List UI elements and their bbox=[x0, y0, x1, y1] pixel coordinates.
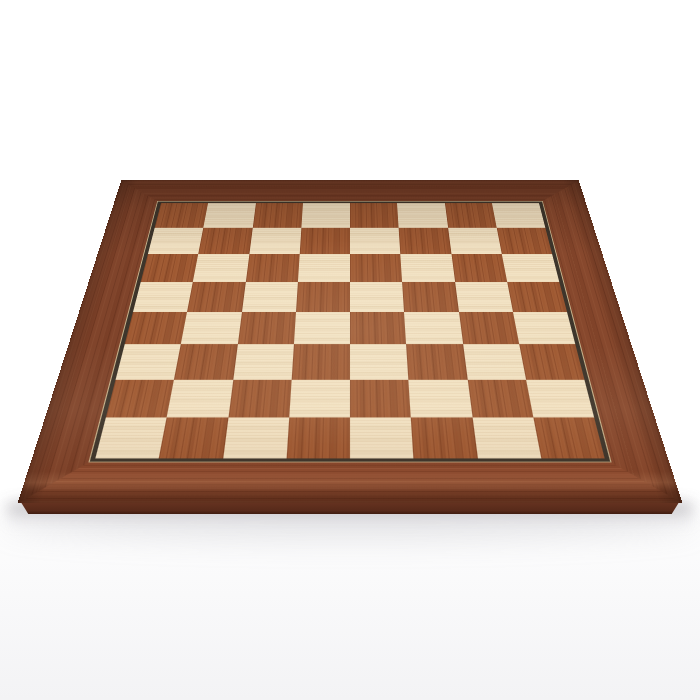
square-d6 bbox=[298, 254, 350, 282]
square-e7 bbox=[350, 228, 401, 254]
square-e5 bbox=[350, 282, 404, 312]
square-e6 bbox=[350, 254, 402, 282]
square-h5 bbox=[507, 282, 567, 312]
square-h2 bbox=[526, 379, 594, 417]
square-f7 bbox=[399, 228, 451, 254]
square-b3 bbox=[174, 344, 237, 379]
square-b5 bbox=[187, 282, 245, 312]
inlay-pinstripe bbox=[90, 202, 610, 462]
square-f8 bbox=[397, 203, 447, 227]
chess-board bbox=[18, 180, 683, 503]
square-f3 bbox=[406, 344, 467, 379]
square-f6 bbox=[401, 254, 455, 282]
square-g3 bbox=[463, 344, 526, 379]
square-e4 bbox=[350, 312, 406, 344]
square-d1 bbox=[286, 417, 350, 458]
square-e8 bbox=[350, 203, 399, 227]
square-g2 bbox=[467, 379, 533, 417]
square-a8 bbox=[155, 203, 209, 227]
square-e2 bbox=[350, 379, 411, 417]
square-b4 bbox=[181, 312, 242, 344]
product-photo-scene bbox=[0, 0, 700, 700]
square-d3 bbox=[291, 344, 350, 379]
square-f4 bbox=[404, 312, 462, 344]
square-a4 bbox=[125, 312, 188, 344]
square-c5 bbox=[242, 282, 298, 312]
square-b6 bbox=[193, 254, 249, 282]
square-c6 bbox=[245, 254, 299, 282]
square-h7 bbox=[496, 228, 552, 254]
square-c3 bbox=[233, 344, 294, 379]
square-g1 bbox=[472, 417, 541, 458]
square-a3 bbox=[116, 344, 181, 379]
square-g4 bbox=[459, 312, 520, 344]
square-f2 bbox=[409, 379, 472, 417]
square-a5 bbox=[133, 282, 193, 312]
square-c4 bbox=[237, 312, 295, 344]
square-a7 bbox=[148, 228, 204, 254]
square-c7 bbox=[249, 228, 301, 254]
square-h4 bbox=[513, 312, 576, 344]
square-e3 bbox=[350, 344, 409, 379]
square-h8 bbox=[492, 203, 546, 227]
square-h1 bbox=[533, 417, 605, 458]
square-g7 bbox=[448, 228, 502, 254]
square-d7 bbox=[299, 228, 350, 254]
square-c2 bbox=[228, 379, 291, 417]
square-b8 bbox=[204, 203, 256, 227]
square-a6 bbox=[141, 254, 199, 282]
square-b2 bbox=[167, 379, 233, 417]
square-f1 bbox=[411, 417, 477, 458]
square-d8 bbox=[301, 203, 350, 227]
square-g5 bbox=[455, 282, 513, 312]
squares-grid bbox=[95, 203, 604, 458]
square-d2 bbox=[289, 379, 350, 417]
square-d4 bbox=[294, 312, 350, 344]
square-e1 bbox=[350, 417, 414, 458]
square-c1 bbox=[223, 417, 289, 458]
square-c8 bbox=[252, 203, 302, 227]
square-h3 bbox=[519, 344, 584, 379]
square-g8 bbox=[445, 203, 497, 227]
square-f5 bbox=[402, 282, 458, 312]
square-g6 bbox=[451, 254, 507, 282]
square-b7 bbox=[198, 228, 252, 254]
square-d5 bbox=[296, 282, 350, 312]
square-a2 bbox=[106, 379, 174, 417]
square-h6 bbox=[502, 254, 560, 282]
square-a1 bbox=[95, 417, 167, 458]
square-b1 bbox=[159, 417, 228, 458]
